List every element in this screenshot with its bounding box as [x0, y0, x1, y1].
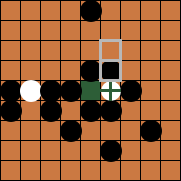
- board-cell[interactable]: [21, 101, 40, 120]
- board-cell[interactable]: [21, 1, 40, 20]
- board-cell[interactable]: [161, 1, 180, 20]
- board-cell[interactable]: [21, 141, 40, 160]
- board-cell[interactable]: [1, 121, 20, 140]
- board-cell[interactable]: [161, 41, 180, 60]
- board-cell[interactable]: [101, 61, 120, 80]
- board-cell[interactable]: [41, 141, 60, 160]
- board-cell[interactable]: [61, 1, 80, 20]
- board-cell[interactable]: [81, 61, 100, 80]
- board-cell[interactable]: [81, 121, 100, 140]
- board-cell[interactable]: [101, 121, 120, 140]
- board-cell[interactable]: [61, 21, 80, 40]
- board-cell[interactable]: [121, 41, 140, 60]
- board-cell[interactable]: [21, 121, 40, 140]
- board-cell[interactable]: [41, 21, 60, 40]
- board-cell[interactable]: [101, 41, 120, 60]
- board-cell[interactable]: [121, 101, 140, 120]
- board-cell[interactable]: [41, 81, 60, 100]
- board-cell[interactable]: [81, 141, 100, 160]
- board-cell[interactable]: [21, 161, 40, 180]
- board-cell[interactable]: [161, 121, 180, 140]
- board-cell[interactable]: [1, 81, 20, 100]
- board-cell[interactable]: [41, 161, 60, 180]
- board-cell[interactable]: [81, 101, 100, 120]
- board-cell[interactable]: [121, 141, 140, 160]
- board-cell[interactable]: [1, 161, 20, 180]
- board-cell[interactable]: [1, 1, 20, 20]
- board-cell[interactable]: [61, 161, 80, 180]
- board-cell[interactable]: [121, 121, 140, 140]
- board-cell[interactable]: [41, 121, 60, 140]
- board-cell[interactable]: [161, 101, 180, 120]
- board-cell[interactable]: [101, 21, 120, 40]
- board-cell[interactable]: [121, 21, 140, 40]
- board-cell[interactable]: [1, 61, 20, 80]
- board-cell[interactable]: [61, 41, 80, 60]
- board-cell[interactable]: [61, 81, 80, 100]
- board-cell[interactable]: [141, 161, 160, 180]
- board-cell[interactable]: [21, 81, 40, 100]
- board-cell[interactable]: [41, 101, 60, 120]
- board-cell[interactable]: [141, 41, 160, 60]
- board-cell[interactable]: [1, 21, 20, 40]
- board-cell[interactable]: [141, 21, 160, 40]
- board-cell[interactable]: [81, 41, 100, 60]
- board-cell[interactable]: [161, 21, 180, 40]
- board-cell[interactable]: [141, 101, 160, 120]
- board-cell[interactable]: [141, 61, 160, 80]
- board-cell[interactable]: [101, 141, 120, 160]
- board-cell[interactable]: [101, 81, 120, 100]
- board-cell[interactable]: [121, 61, 140, 80]
- board-cell[interactable]: [1, 101, 20, 120]
- board-cell[interactable]: [121, 161, 140, 180]
- board-cell[interactable]: [1, 41, 20, 60]
- board-cell[interactable]: [81, 81, 100, 100]
- board-cell[interactable]: [1, 141, 20, 160]
- board-cell[interactable]: [21, 21, 40, 40]
- board-cell[interactable]: [61, 121, 80, 140]
- board-cell[interactable]: [41, 1, 60, 20]
- board-cell[interactable]: [141, 1, 160, 20]
- board-cell[interactable]: [81, 1, 100, 20]
- board-cell[interactable]: [81, 161, 100, 180]
- board-cell[interactable]: [161, 81, 180, 100]
- board-cell[interactable]: [101, 161, 120, 180]
- board-cell[interactable]: [41, 61, 60, 80]
- board-cell[interactable]: [61, 61, 80, 80]
- board-cell[interactable]: [121, 1, 140, 20]
- board-cell[interactable]: [161, 161, 180, 180]
- board-cell[interactable]: [141, 121, 160, 140]
- board-cell[interactable]: [141, 81, 160, 100]
- board-cell[interactable]: [61, 101, 80, 120]
- board-cell[interactable]: [81, 21, 100, 40]
- board-cell[interactable]: [161, 141, 180, 160]
- board-cell[interactable]: [101, 1, 120, 20]
- game-board: [0, 0, 181, 181]
- board-cell[interactable]: [161, 61, 180, 80]
- board-cell[interactable]: [21, 61, 40, 80]
- board-cell[interactable]: [61, 141, 80, 160]
- board-cell[interactable]: [121, 81, 140, 100]
- board-cell[interactable]: [21, 41, 40, 60]
- board-cell[interactable]: [41, 41, 60, 60]
- board-cell[interactable]: [141, 141, 160, 160]
- board-cell[interactable]: [101, 101, 120, 120]
- board-grid: [0, 0, 181, 181]
